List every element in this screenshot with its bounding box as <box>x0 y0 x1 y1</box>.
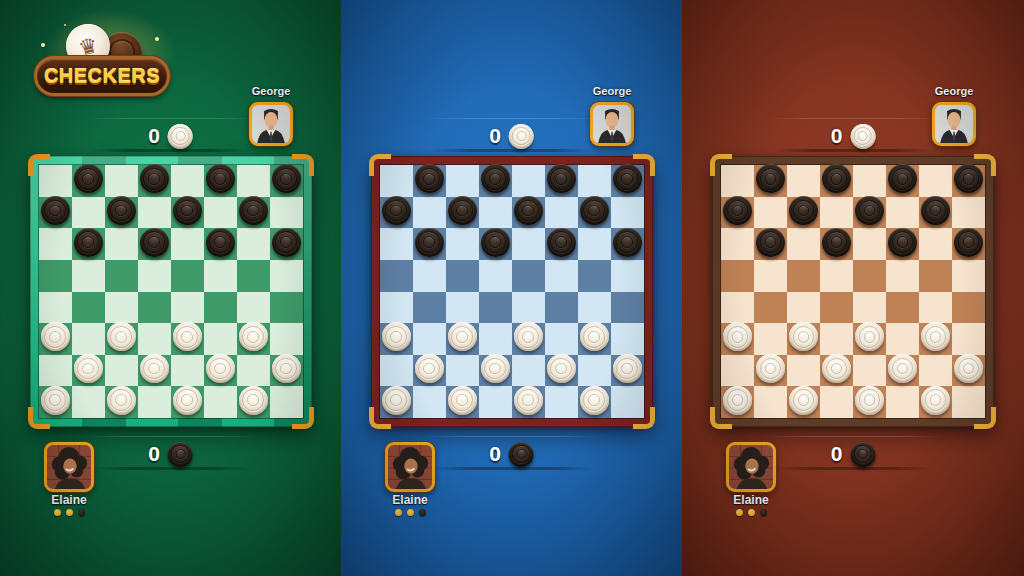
board-cell <box>853 355 886 387</box>
opponent-score-value: 0 <box>148 123 160 149</box>
dark-checker[interactable] <box>173 196 202 225</box>
light-checker[interactable] <box>789 386 818 415</box>
board-cell <box>204 323 237 355</box>
light-checker[interactable] <box>789 322 818 351</box>
board-cell <box>72 323 105 355</box>
score-divider-shadow <box>432 467 592 470</box>
light-checker[interactable] <box>448 386 477 415</box>
checkers-board[interactable] <box>30 156 312 427</box>
board-cell <box>952 260 985 292</box>
light-checker[interactable] <box>514 386 543 415</box>
board-corner-bracket <box>292 154 314 176</box>
light-checker[interactable] <box>272 354 301 383</box>
board-cell <box>820 197 853 229</box>
board-cell[interactable] <box>479 228 512 260</box>
checkers-logo: ♛ CHECKERS <box>28 18 184 100</box>
board-cell[interactable] <box>820 355 853 387</box>
board-cell[interactable] <box>479 292 512 324</box>
board-cell <box>754 386 787 418</box>
opponent-score: 0 <box>831 123 876 149</box>
board-cell[interactable] <box>204 355 237 387</box>
board-cell <box>413 197 446 229</box>
logo-sparkles <box>28 18 30 20</box>
board-cell[interactable] <box>545 165 578 197</box>
light-checker[interactable] <box>756 354 785 383</box>
player-score: 0 <box>831 441 876 467</box>
board-cell[interactable] <box>72 165 105 197</box>
light-checker[interactable] <box>954 354 983 383</box>
board-cell <box>787 292 820 324</box>
board-cell <box>721 355 754 387</box>
board-corner-bracket <box>369 407 391 429</box>
opponent-avatar[interactable] <box>932 102 976 146</box>
opponent-score-value: 0 <box>489 123 501 149</box>
board-cell[interactable] <box>171 197 204 229</box>
board-cell[interactable] <box>853 197 886 229</box>
dark-checker[interactable] <box>855 196 884 225</box>
board-cell[interactable] <box>754 292 787 324</box>
board-cell <box>952 197 985 229</box>
dark-checker[interactable] <box>415 164 444 193</box>
opponent-score-piece-icon <box>168 124 193 149</box>
board-cell[interactable] <box>721 323 754 355</box>
light-checker[interactable] <box>921 322 950 351</box>
player-score-piece-icon <box>509 442 534 467</box>
board-cell[interactable] <box>237 386 270 418</box>
match-progress-dots <box>699 509 803 516</box>
board-cell[interactable] <box>886 228 919 260</box>
match-dot-gold <box>748 509 755 516</box>
board-corner-bracket <box>974 154 996 176</box>
board-cell <box>787 228 820 260</box>
opponent-score-piece-icon <box>509 124 534 149</box>
match-dot-gold <box>395 509 402 516</box>
board-cell <box>39 228 72 260</box>
board-cell <box>479 260 512 292</box>
match-dot-gold <box>54 509 61 516</box>
dark-checker[interactable] <box>415 228 444 257</box>
light-checker[interactable] <box>107 386 136 415</box>
match-dot-gold <box>66 509 73 516</box>
board-cell[interactable] <box>270 228 303 260</box>
board-cell[interactable] <box>787 386 820 418</box>
light-checker[interactable] <box>382 322 411 351</box>
board-cell <box>611 260 644 292</box>
board-cell[interactable] <box>204 292 237 324</box>
board-cell <box>72 197 105 229</box>
dark-checker[interactable] <box>822 164 851 193</box>
board-cell <box>886 260 919 292</box>
board-cell[interactable] <box>446 260 479 292</box>
board-cell[interactable] <box>611 355 644 387</box>
board-cell <box>171 228 204 260</box>
light-checker[interactable] <box>613 354 642 383</box>
dark-checker[interactable] <box>888 164 917 193</box>
board-cell[interactable] <box>413 292 446 324</box>
board-cell[interactable] <box>787 260 820 292</box>
board-cell[interactable] <box>171 386 204 418</box>
score-divider-shadow <box>91 149 251 152</box>
light-checker[interactable] <box>580 322 609 351</box>
opponent-score-piece-icon <box>850 124 875 149</box>
board-cell[interactable] <box>754 228 787 260</box>
dark-checker[interactable] <box>448 196 477 225</box>
light-checker[interactable] <box>723 322 752 351</box>
dark-checker[interactable] <box>41 196 70 225</box>
board-cell <box>545 260 578 292</box>
logo-badge: CHECKERS <box>34 56 170 96</box>
dark-checker[interactable] <box>239 196 268 225</box>
board-grid <box>380 165 644 418</box>
board-corner-bracket <box>28 154 50 176</box>
board-grid <box>721 165 985 418</box>
board-corner-bracket <box>369 154 391 176</box>
board-cell <box>952 323 985 355</box>
light-checker[interactable] <box>74 354 103 383</box>
dark-checker[interactable] <box>723 196 752 225</box>
match-dot-gold <box>736 509 743 516</box>
board-cell[interactable] <box>39 197 72 229</box>
dark-checker[interactable] <box>140 228 169 257</box>
board-cell[interactable] <box>138 228 171 260</box>
dark-checker[interactable] <box>921 196 950 225</box>
dark-checker[interactable] <box>580 196 609 225</box>
light-checker[interactable] <box>855 386 884 415</box>
board-cell <box>138 197 171 229</box>
board-cell <box>787 355 820 387</box>
dark-checker[interactable] <box>206 164 235 193</box>
checkers-board[interactable] <box>371 156 653 427</box>
board-cell[interactable] <box>413 165 446 197</box>
board-cell <box>919 228 952 260</box>
score-divider-shadow <box>432 149 592 152</box>
board-cell <box>105 228 138 260</box>
checkers-board[interactable] <box>712 156 994 427</box>
board-cell <box>72 260 105 292</box>
board-cell[interactable] <box>512 197 545 229</box>
dark-checker[interactable] <box>613 228 642 257</box>
player-score: 0 <box>489 441 534 467</box>
dark-checker[interactable] <box>514 196 543 225</box>
board-cell[interactable] <box>512 386 545 418</box>
board-cell[interactable] <box>204 228 237 260</box>
board-cell[interactable] <box>138 165 171 197</box>
board-cell <box>853 292 886 324</box>
board-cell[interactable] <box>446 323 479 355</box>
light-checker[interactable] <box>173 322 202 351</box>
board-cell[interactable] <box>952 355 985 387</box>
light-checker[interactable] <box>239 322 268 351</box>
score-divider-highlight <box>768 118 938 119</box>
board-cell[interactable] <box>138 292 171 324</box>
board-cell[interactable] <box>721 260 754 292</box>
board-cell[interactable] <box>886 355 919 387</box>
light-checker[interactable] <box>140 354 169 383</box>
board-cell[interactable] <box>820 228 853 260</box>
board-corner-bracket <box>710 407 732 429</box>
board-cell[interactable] <box>512 323 545 355</box>
opponent-name: George <box>932 85 976 97</box>
board-cell <box>72 386 105 418</box>
board-cell[interactable] <box>105 386 138 418</box>
board-cell <box>413 260 446 292</box>
logo-title: CHECKERS <box>44 65 160 88</box>
score-divider-highlight <box>86 436 256 437</box>
board-cell[interactable] <box>72 228 105 260</box>
board-cell[interactable] <box>237 197 270 229</box>
light-checker[interactable] <box>822 354 851 383</box>
match-dot-gold <box>407 509 414 516</box>
board-cell[interactable] <box>105 323 138 355</box>
board-cell <box>237 228 270 260</box>
board-cell[interactable] <box>787 197 820 229</box>
board-cell <box>611 197 644 229</box>
board-corner-bracket <box>974 407 996 429</box>
board-cell[interactable] <box>380 323 413 355</box>
board-cell <box>105 165 138 197</box>
light-checker[interactable] <box>206 354 235 383</box>
board-cell <box>237 355 270 387</box>
board-cell[interactable] <box>578 386 611 418</box>
board-cell <box>446 355 479 387</box>
game-panel-wood: George 0 0 Elaine <box>682 0 1024 576</box>
opponent-score: 0 <box>148 123 193 149</box>
board-cell[interactable] <box>270 355 303 387</box>
board-cell[interactable] <box>237 260 270 292</box>
light-checker[interactable] <box>580 386 609 415</box>
board-cell <box>413 386 446 418</box>
dark-checker[interactable] <box>756 164 785 193</box>
dark-checker[interactable] <box>547 164 576 193</box>
board-cell[interactable] <box>886 165 919 197</box>
board-corner-bracket <box>710 154 732 176</box>
score-divider-shadow <box>773 149 933 152</box>
board-cell[interactable] <box>820 292 853 324</box>
board-cell[interactable] <box>886 292 919 324</box>
board-cell[interactable] <box>72 292 105 324</box>
board-cell[interactable] <box>721 197 754 229</box>
board-cell <box>138 386 171 418</box>
dark-checker[interactable] <box>756 228 785 257</box>
opponent-avatar[interactable] <box>249 102 293 146</box>
board-cell[interactable] <box>413 355 446 387</box>
board-cell[interactable] <box>919 197 952 229</box>
board-cell <box>578 292 611 324</box>
dark-checker[interactable] <box>107 196 136 225</box>
light-checker[interactable] <box>481 354 510 383</box>
light-checker[interactable] <box>448 322 477 351</box>
board-cell[interactable] <box>72 355 105 387</box>
light-checker[interactable] <box>514 322 543 351</box>
board-cell <box>578 165 611 197</box>
dark-checker[interactable] <box>481 228 510 257</box>
board-cell[interactable] <box>919 323 952 355</box>
board-cell[interactable] <box>479 355 512 387</box>
board-cell[interactable] <box>413 228 446 260</box>
dark-checker[interactable] <box>954 228 983 257</box>
dark-checker[interactable] <box>382 196 411 225</box>
board-cell <box>204 260 237 292</box>
board-cell <box>237 292 270 324</box>
board-cell[interactable] <box>105 260 138 292</box>
board-cell <box>479 386 512 418</box>
player-avatar[interactable] <box>44 442 94 492</box>
board-cell <box>886 323 919 355</box>
board-cell <box>270 323 303 355</box>
board-cell <box>204 386 237 418</box>
board-cell[interactable] <box>512 260 545 292</box>
board-cell <box>39 292 72 324</box>
board-cell[interactable] <box>39 260 72 292</box>
board-cell[interactable] <box>952 292 985 324</box>
player-score: 0 <box>148 441 193 467</box>
match-progress-dots <box>17 509 121 516</box>
opponent-name: George <box>249 85 293 97</box>
match-dot-dark <box>419 509 426 516</box>
board-cell <box>270 197 303 229</box>
board-cell[interactable] <box>479 165 512 197</box>
light-checker[interactable] <box>173 386 202 415</box>
light-checker[interactable] <box>107 322 136 351</box>
board-cell <box>171 355 204 387</box>
dark-checker[interactable] <box>481 164 510 193</box>
board-cell <box>721 292 754 324</box>
player-score-piece-icon <box>850 442 875 467</box>
board-cell[interactable] <box>171 323 204 355</box>
board-cell[interactable] <box>611 292 644 324</box>
board-cell <box>853 228 886 260</box>
crown-icon: ♛ <box>76 34 99 59</box>
board-corner-bracket <box>292 407 314 429</box>
light-checker[interactable] <box>415 354 444 383</box>
match-dot-dark <box>760 509 767 516</box>
board-cell <box>545 386 578 418</box>
board-cell <box>237 165 270 197</box>
dark-checker[interactable] <box>74 164 103 193</box>
board-cell[interactable] <box>611 228 644 260</box>
board-cell <box>446 228 479 260</box>
board-cell <box>138 323 171 355</box>
board-cell <box>105 292 138 324</box>
light-checker[interactable] <box>921 386 950 415</box>
board-cell[interactable] <box>853 323 886 355</box>
board-cell[interactable] <box>578 323 611 355</box>
board-cell[interactable] <box>853 260 886 292</box>
board-cell[interactable] <box>787 323 820 355</box>
board-cell[interactable] <box>952 228 985 260</box>
dark-checker[interactable] <box>547 228 576 257</box>
board-cell[interactable] <box>39 323 72 355</box>
board-cell <box>138 260 171 292</box>
board-cell[interactable] <box>446 197 479 229</box>
board-cell <box>171 165 204 197</box>
board-cell[interactable] <box>204 165 237 197</box>
board-cell <box>754 260 787 292</box>
board-cell <box>787 165 820 197</box>
light-checker[interactable] <box>547 354 576 383</box>
match-progress-dots <box>358 509 462 516</box>
light-checker[interactable] <box>855 322 884 351</box>
dark-checker[interactable] <box>789 196 818 225</box>
board-cell <box>919 355 952 387</box>
board-cell <box>578 228 611 260</box>
board-cell <box>479 323 512 355</box>
board-cell[interactable] <box>545 355 578 387</box>
board-cell <box>380 228 413 260</box>
board-cell <box>820 386 853 418</box>
light-checker[interactable] <box>239 386 268 415</box>
checkers-themes-screenshot: ♛ CHECKERS George 0 0 <box>0 0 1024 576</box>
board-cell[interactable] <box>138 355 171 387</box>
board-cell <box>512 292 545 324</box>
board-cell[interactable] <box>380 197 413 229</box>
board-cell <box>754 197 787 229</box>
board-cell <box>105 355 138 387</box>
game-panel-blue: George 0 0 Elaine <box>341 0 682 576</box>
board-cell <box>39 355 72 387</box>
board-cell[interactable] <box>446 386 479 418</box>
board-cell[interactable] <box>578 197 611 229</box>
board-cell[interactable] <box>853 386 886 418</box>
board-cell[interactable] <box>754 165 787 197</box>
board-cell[interactable] <box>545 292 578 324</box>
player-score-value: 0 <box>489 441 501 467</box>
board-cell <box>754 323 787 355</box>
opponent-avatar[interactable] <box>590 102 634 146</box>
score-divider-shadow <box>91 467 251 470</box>
board-cell <box>853 165 886 197</box>
score-divider-shadow <box>773 467 933 470</box>
score-divider-highlight <box>427 436 597 437</box>
board-corner-bracket <box>633 407 655 429</box>
light-checker[interactable] <box>888 354 917 383</box>
light-checker[interactable] <box>41 322 70 351</box>
board-cell[interactable] <box>270 292 303 324</box>
dark-checker[interactable] <box>74 228 103 257</box>
board-cell[interactable] <box>380 260 413 292</box>
dark-checker[interactable] <box>140 164 169 193</box>
player-score-value: 0 <box>148 441 160 467</box>
board-cell[interactable] <box>754 355 787 387</box>
player-score-value: 0 <box>831 441 843 467</box>
board-cell <box>721 228 754 260</box>
board-cell[interactable] <box>105 197 138 229</box>
board-cell[interactable] <box>919 386 952 418</box>
board-cell <box>446 292 479 324</box>
dark-checker[interactable] <box>272 228 301 257</box>
board-cell <box>512 228 545 260</box>
dark-checker[interactable] <box>206 228 235 257</box>
board-cell[interactable] <box>171 260 204 292</box>
board-cell <box>413 323 446 355</box>
player-name: Elaine <box>17 493 121 507</box>
board-cell <box>270 260 303 292</box>
board-cell[interactable] <box>820 165 853 197</box>
board-cell <box>380 355 413 387</box>
dark-checker[interactable] <box>888 228 917 257</box>
board-cell[interactable] <box>237 323 270 355</box>
player-avatar[interactable] <box>726 442 776 492</box>
player-avatar[interactable] <box>385 442 435 492</box>
board-cell[interactable] <box>919 260 952 292</box>
board-cell[interactable] <box>545 228 578 260</box>
board-cell <box>512 165 545 197</box>
board-cell <box>578 355 611 387</box>
board-corner-bracket <box>28 407 50 429</box>
board-cell[interactable] <box>578 260 611 292</box>
dark-checker[interactable] <box>822 228 851 257</box>
board-corner-bracket <box>633 154 655 176</box>
